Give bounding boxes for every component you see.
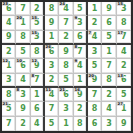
cage-sum-label: 7 (88, 31, 92, 35)
cell-r5c3[interactable]: 129 (31, 59, 45, 73)
digit: 1 (34, 91, 40, 99)
cell-r2c3[interactable]: 155 (31, 16, 45, 30)
digit: 3 (77, 19, 83, 27)
cage-sum-label: 8 (31, 74, 35, 78)
cage-sum-label: 10 (16, 59, 22, 63)
cell-r9c7[interactable]: 6 (88, 117, 102, 131)
cell-r6c9[interactable]: 136 (117, 74, 131, 88)
digit: 5 (6, 105, 12, 113)
cell-r5c8[interactable]: 7 (102, 59, 116, 73)
sudoku-board: 2367282445191534201155979326898153126745… (0, 0, 133, 133)
cell-r5c4[interactable]: 3 (45, 59, 59, 73)
cell-r8c6[interactable]: 2 (74, 102, 88, 116)
cell-r3c6[interactable]: 6 (74, 31, 88, 45)
cell-r8c7[interactable]: 8 (88, 102, 102, 116)
cell-r8c1[interactable]: 215 (2, 102, 16, 116)
cage-sum-label: 12 (2, 59, 8, 63)
cage-sum-label: 26 (45, 45, 51, 49)
digit: 2 (121, 62, 127, 70)
digit: 7 (106, 62, 112, 70)
cell-r4c7[interactable]: 3 (88, 45, 102, 59)
digit: 3 (49, 62, 55, 70)
digit: 7 (34, 76, 40, 84)
digit: 9 (34, 62, 40, 70)
digit: 5 (49, 120, 55, 128)
cell-r6c4[interactable]: 2 (45, 74, 59, 88)
cell-r5c6[interactable]: 94 (74, 59, 88, 73)
cage-sum-label: 9 (74, 16, 78, 20)
cell-r9c5[interactable]: 1 (59, 117, 73, 131)
cell-r3c8[interactable]: 5 (102, 31, 116, 45)
digit: 2 (106, 91, 112, 99)
cell-r2c5[interactable]: 7 (59, 16, 73, 30)
cage-sum-label: 16 (74, 88, 80, 92)
cell-r2c2[interactable]: 201 (16, 16, 30, 30)
cage-sum-label: 21 (59, 88, 65, 92)
cage-sum-label: 23 (2, 2, 8, 6)
cage-sum-label: 15 (31, 31, 37, 35)
cell-r4c1[interactable]: 2 (2, 45, 16, 59)
digit: 7 (77, 48, 83, 56)
cell-r4c8[interactable]: 1 (102, 45, 116, 59)
cage-sum-label: 11 (45, 88, 51, 92)
digit: 7 (63, 19, 69, 27)
cell-r3c7[interactable]: 74 (88, 31, 102, 45)
cell-r8c9[interactable]: 271 (117, 102, 131, 116)
digit: 9 (77, 91, 83, 99)
cage-sum-label: 20 (16, 16, 22, 20)
cell-r4c4[interactable]: 266 (45, 45, 59, 59)
digit: 2 (77, 105, 83, 113)
cell-r9c2[interactable]: 2 (16, 117, 30, 131)
digit: 7 (6, 120, 12, 128)
cell-r3c9[interactable]: 177 (117, 31, 131, 45)
cell-r9c9[interactable]: 9 (117, 117, 131, 131)
cell-r2c1[interactable]: 4 (2, 16, 16, 30)
digit: 4 (92, 33, 98, 41)
cell-r1c1[interactable]: 236 (2, 2, 16, 16)
digit: 8 (106, 76, 112, 84)
digit: 5 (63, 76, 69, 84)
cell-r9c1[interactable]: 7 (2, 117, 16, 131)
digit: 7 (49, 105, 55, 113)
cell-r8c8[interactable]: 4 (102, 102, 116, 116)
cell-r4c9[interactable]: 4 (117, 45, 131, 59)
cell-r8c4[interactable]: 7 (45, 102, 59, 116)
cage-sum-label: 12 (31, 59, 37, 63)
cell-r3c2[interactable]: 8 (16, 31, 30, 45)
digit: 5 (106, 33, 112, 41)
cage-sum-label: 17 (117, 31, 123, 35)
digit: 9 (49, 19, 55, 27)
digit: 2 (49, 76, 55, 84)
cell-r8c3[interactable]: 6 (31, 102, 45, 116)
cell-r7c6[interactable]: 169 (74, 88, 88, 102)
cell-r5c1[interactable]: 121 (2, 59, 16, 73)
cell-r6c1[interactable]: 3 (2, 74, 16, 88)
cell-r2c9[interactable]: 8 (117, 16, 131, 30)
cell-r6c8[interactable]: 8 (102, 74, 116, 88)
digit: 6 (20, 62, 26, 70)
digit: 4 (63, 5, 69, 13)
digit: 2 (34, 5, 40, 13)
cage-sum-label: 15 (117, 2, 123, 6)
digit: 3 (121, 5, 127, 13)
sudoku-app-screenshot: 2367282445191534201155979326898153126745… (0, 0, 133, 133)
cell-r6c7[interactable]: 209 (88, 74, 102, 88)
cell-r1c4[interactable]: 8 (45, 2, 59, 16)
digit: 6 (34, 105, 40, 113)
cage-sum-label: 9 (74, 59, 78, 63)
digit: 1 (77, 76, 83, 84)
digit: 1 (63, 120, 69, 128)
cell-r5c9[interactable]: 2 (117, 59, 131, 73)
cell-r1c6[interactable]: 5 (74, 2, 88, 16)
cell-r1c3[interactable]: 2 (31, 2, 45, 16)
cell-r4c2[interactable]: 5 (16, 45, 30, 59)
cell-r9c6[interactable]: 8 (74, 117, 88, 131)
cage-sum-label: 8 (16, 88, 20, 92)
digit: 3 (20, 91, 26, 99)
cell-r4c6[interactable]: 87 (74, 45, 88, 59)
digit: 8 (49, 5, 55, 13)
cage-sum-label: 24 (59, 2, 65, 6)
cage-sum-label: 8 (74, 45, 78, 49)
cell-r2c6[interactable]: 93 (74, 16, 88, 30)
cage-sum-label: 20 (88, 74, 94, 78)
digit: 5 (20, 48, 26, 56)
digit: 3 (92, 48, 98, 56)
digit: 8 (63, 62, 69, 70)
cage-sum-label: 21 (2, 102, 8, 106)
cell-r7c2[interactable]: 83 (16, 88, 30, 102)
digit: 5 (77, 5, 83, 13)
digit: 4 (20, 76, 26, 84)
cell-r9c3[interactable]: 4 (31, 117, 45, 131)
digit: 6 (92, 120, 98, 128)
digit: 9 (20, 105, 26, 113)
digit: 1 (6, 62, 12, 70)
digit: 6 (77, 33, 83, 41)
cage-sum-label: 13 (117, 74, 123, 78)
digit: 8 (77, 120, 83, 128)
digit: 8 (34, 48, 40, 56)
cell-r7c4[interactable]: 114 (45, 88, 59, 102)
cell-r3c1[interactable]: 9 (2, 31, 16, 45)
cell-r9c4[interactable]: 5 (45, 117, 59, 131)
cell-r8c2[interactable]: 9 (16, 102, 30, 116)
digit: 7 (92, 91, 98, 99)
cage-sum-label: 27 (117, 102, 123, 106)
digit: 9 (121, 120, 127, 128)
digit: 1 (20, 19, 26, 27)
cell-r1c7[interactable]: 1 (88, 2, 102, 16)
cell-r7c3[interactable]: 1 (31, 88, 45, 102)
cell-r2c8[interactable]: 6 (102, 16, 116, 30)
cell-r4c5[interactable]: 9 (59, 45, 73, 59)
cell-r3c3[interactable]: 153 (31, 31, 45, 45)
cell-r1c9[interactable]: 153 (117, 2, 131, 16)
cell-r7c8[interactable]: 2 (102, 88, 116, 102)
digit: 7 (20, 5, 26, 13)
digit: 3 (6, 76, 12, 84)
cell-r1c5[interactable]: 244 (59, 2, 73, 16)
digit: 4 (49, 91, 55, 99)
cell-r6c6[interactable]: 1 (74, 74, 88, 88)
cell-r1c2[interactable]: 7 (16, 2, 30, 16)
digit: 1 (49, 33, 55, 41)
digit: 5 (92, 62, 98, 70)
cell-r5c2[interactable]: 106 (16, 59, 30, 73)
digit: 6 (49, 48, 55, 56)
cell-r9c8[interactable]: 3 (102, 117, 116, 131)
digit: 1 (106, 48, 112, 56)
cell-r5c5[interactable]: 8 (59, 59, 73, 73)
cage-sum-label: 15 (31, 16, 37, 20)
digit: 4 (34, 120, 40, 128)
cell-r4c3[interactable]: 8 (31, 45, 45, 59)
digit: 1 (121, 105, 127, 113)
cell-r2c4[interactable]: 9 (45, 16, 59, 30)
digit: 6 (106, 19, 112, 27)
digit: 1 (92, 5, 98, 13)
cell-r7c5[interactable]: 216 (59, 88, 73, 102)
digit: 3 (63, 105, 69, 113)
digit: 4 (77, 62, 83, 70)
digit: 2 (92, 19, 98, 27)
digit: 2 (20, 120, 26, 128)
cell-r7c9[interactable]: 5 (117, 88, 131, 102)
digit: 9 (63, 48, 69, 56)
digit: 8 (121, 19, 127, 27)
cell-r6c2[interactable]: 4 (16, 74, 30, 88)
digit: 5 (34, 19, 40, 27)
cell-r1c8[interactable]: 9 (102, 2, 116, 16)
cell-r6c3[interactable]: 87 (31, 74, 45, 88)
digit: 4 (106, 105, 112, 113)
digit: 8 (6, 91, 12, 99)
digit: 6 (63, 91, 69, 99)
cell-r6c5[interactable]: 5 (59, 74, 73, 88)
digit: 2 (63, 33, 69, 41)
digit: 2 (6, 48, 12, 56)
digit: 9 (6, 33, 12, 41)
digit: 4 (121, 48, 127, 56)
digit: 8 (20, 33, 26, 41)
cell-r2c7[interactable]: 2 (88, 16, 102, 30)
cell-r7c1[interactable]: 8 (2, 88, 16, 102)
cell-r8c5[interactable]: 3 (59, 102, 73, 116)
cell-r3c5[interactable]: 2 (59, 31, 73, 45)
digit: 3 (106, 120, 112, 128)
digit: 8 (92, 105, 98, 113)
digit: 6 (6, 5, 12, 13)
digit: 5 (121, 91, 127, 99)
digit: 9 (106, 5, 112, 13)
cell-r3c4[interactable]: 1 (45, 31, 59, 45)
digit: 4 (6, 19, 12, 27)
cell-r7c7[interactable]: 7 (88, 88, 102, 102)
cell-r5c7[interactable]: 5 (88, 59, 102, 73)
